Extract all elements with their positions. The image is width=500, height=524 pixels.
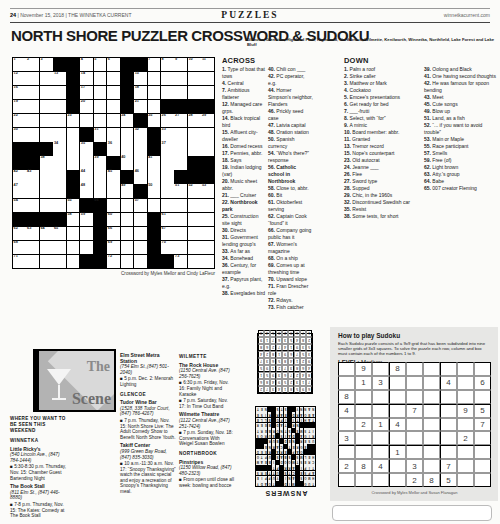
crossword-cell[interactable]: 68 <box>13 241 26 254</box>
crossword-cell-number: 15 <box>135 72 139 76</box>
clue-number: 2. <box>344 73 350 79</box>
crossword-cell[interactable] <box>94 72 107 85</box>
crossword-cell[interactable] <box>148 86 161 99</box>
crossword-cell-number: 23 <box>67 114 71 118</box>
sudoku-empty-cell[interactable] <box>406 445 423 459</box>
crossword-cell[interactable] <box>188 213 201 226</box>
crossword-cell[interactable]: 4 <box>80 58 93 71</box>
answer-sudoku-given-cell: 3 <box>276 372 282 379</box>
crossword-cell[interactable] <box>148 199 161 212</box>
crossword-cell[interactable]: 20 <box>80 100 93 113</box>
crossword-cell[interactable] <box>67 156 80 169</box>
crossword-cell[interactable] <box>40 170 53 183</box>
crossword-cell[interactable]: 7 <box>148 58 161 71</box>
crossword-cell[interactable] <box>26 241 39 254</box>
crossword-cell-number: 70 <box>162 241 166 245</box>
crossword-cell[interactable]: 33 <box>161 128 174 141</box>
clue-number: 39. <box>424 66 432 72</box>
crossword-cell[interactable]: 30 <box>13 128 26 141</box>
crossword-cell[interactable]: 62 <box>13 227 26 240</box>
crossword-cell[interactable] <box>107 86 120 99</box>
crossword-black-cell <box>201 170 214 183</box>
crossword-cell[interactable]: 43 <box>26 170 39 183</box>
crossword-cell[interactable] <box>107 114 120 127</box>
clue-item: 49. Blow up <box>424 108 498 115</box>
crossword-cell[interactable] <box>53 170 66 183</box>
crossword-cell-number: 60 <box>108 213 112 217</box>
crossword-cell[interactable] <box>201 241 214 254</box>
crossword-cell[interactable] <box>94 170 107 183</box>
crossword-cell[interactable]: 3 <box>40 58 53 71</box>
crossword-cell[interactable]: 26 <box>161 114 174 127</box>
crossword-cell[interactable]: 38 <box>40 156 53 169</box>
crossword-cell[interactable] <box>174 199 187 212</box>
crossword-cell[interactable]: 41 <box>148 156 161 169</box>
sudoku-empty-cell[interactable] <box>406 362 423 376</box>
sudoku-empty-cell[interactable] <box>440 431 457 445</box>
clue-item: 15. Nope's counterpart <box>344 150 418 157</box>
crossword-black-cell <box>26 213 39 226</box>
answer-sudoku-given-cell: 5 <box>270 330 276 337</box>
crossword-cell[interactable]: 24 <box>121 114 134 127</box>
crossword-cell[interactable] <box>80 114 93 127</box>
clue-number: 12. <box>222 101 230 107</box>
crossword-cell[interactable] <box>80 227 93 240</box>
crossword-cell[interactable]: 36 <box>107 142 120 155</box>
coverage-towns: Glencoe, Glenview, Highland Park, Highwo… <box>247 37 497 47</box>
clue-number: 33. <box>222 248 230 254</box>
sudoku-empty-cell[interactable] <box>423 362 440 376</box>
answer-crossword-letter-cell: P <box>264 455 268 460</box>
sudoku-empty-cell[interactable] <box>423 418 440 432</box>
crossword-cell[interactable]: 66 <box>107 227 120 240</box>
clue-number: 67. <box>268 241 276 247</box>
crossword-cell[interactable]: 67 <box>161 227 174 240</box>
crossword-cell[interactable]: 39 <box>94 156 107 169</box>
crossword-cell[interactable]: 31 <box>94 128 107 141</box>
crossword-cell[interactable]: 72 <box>107 255 120 268</box>
crossword-cell[interactable] <box>121 255 134 268</box>
crossword-cell[interactable] <box>134 213 147 226</box>
crossword-cell[interactable]: 9 <box>174 58 187 71</box>
clue-item: 43. Meet <box>424 94 498 101</box>
answer-sudoku-given-cell: 1 <box>282 386 288 393</box>
crossword-cell[interactable] <box>188 128 201 141</box>
answer-crossword-letter-cell: R <box>280 449 284 454</box>
crossword-cell[interactable]: 52 <box>188 184 201 197</box>
crossword-cell[interactable]: 65 <box>53 227 66 240</box>
crossword-cell[interactable] <box>26 128 39 141</box>
crossword-cell-number: 63 <box>27 227 31 231</box>
answer-crossword-letter-cell: T <box>311 418 315 423</box>
crossword-cell[interactable] <box>53 128 66 141</box>
crossword-cell[interactable] <box>67 142 80 155</box>
crossword-cell[interactable]: 45 <box>107 170 120 183</box>
crossword-cell[interactable] <box>94 86 107 99</box>
crossword-cell[interactable]: 17 <box>80 86 93 99</box>
answer-crossword-black-cell <box>300 423 304 428</box>
sudoku-empty-cell[interactable] <box>338 418 355 432</box>
clue-number: 24. <box>344 164 352 170</box>
sudoku-empty-cell[interactable] <box>474 431 491 445</box>
crossword-cell[interactable] <box>134 255 147 268</box>
sudoku-empty-cell[interactable] <box>457 473 474 487</box>
sudoku-empty-cell[interactable] <box>440 362 457 376</box>
crossword-cell[interactable] <box>94 100 107 113</box>
sudoku-empty-cell[interactable] <box>389 431 406 445</box>
crossword-cell[interactable] <box>26 72 39 85</box>
crossword-cell[interactable] <box>53 86 66 99</box>
crossword-cell[interactable]: 59 <box>80 213 93 226</box>
crossword-cell[interactable]: 28 <box>188 114 201 127</box>
crossword-cell[interactable] <box>174 241 187 254</box>
crossword-cell[interactable] <box>107 184 120 197</box>
crossword-cell[interactable] <box>40 184 53 197</box>
crossword-cell[interactable] <box>67 227 80 240</box>
crossword-cell[interactable] <box>201 72 214 85</box>
crossword-grid[interactable]: 1234567891011121314151617181920212223242… <box>12 57 215 269</box>
crossword-cell[interactable] <box>40 128 53 141</box>
crossword-cell[interactable] <box>53 156 66 169</box>
sudoku-empty-cell[interactable] <box>423 431 440 445</box>
crossword-cell[interactable] <box>174 128 187 141</box>
crossword-cell[interactable] <box>107 72 120 85</box>
crossword-cell[interactable]: 57 <box>134 199 147 212</box>
crossword-cell[interactable] <box>188 199 201 212</box>
crossword-cell[interactable] <box>26 86 39 99</box>
sudoku-empty-cell[interactable] <box>457 390 474 404</box>
crossword-cell-number: 14 <box>81 72 85 76</box>
sudoku-empty-cell[interactable] <box>423 404 440 418</box>
answers-label: ANSWERS <box>260 490 312 497</box>
crossword-cell[interactable]: 44 <box>80 170 93 183</box>
crossword-cell[interactable]: 71 <box>13 255 26 268</box>
crossword-cell[interactable] <box>40 100 53 113</box>
answer-crossword-black-cell <box>288 423 292 428</box>
crossword-cell[interactable] <box>188 241 201 254</box>
crossword-cell[interactable] <box>53 184 66 197</box>
crossword-cell[interactable] <box>26 100 39 113</box>
answer-sudoku-given-cell: 5 <box>264 372 270 379</box>
sudoku-empty-cell[interactable] <box>389 404 406 418</box>
sudoku-empty-cell[interactable] <box>389 390 406 404</box>
crossword-cell[interactable] <box>53 241 66 254</box>
crossword-cell[interactable] <box>134 142 147 155</box>
answer-crossword-letter-cell: A <box>311 471 315 476</box>
crossword-cell[interactable] <box>161 86 174 99</box>
crossword-cell[interactable]: 14 <box>80 72 93 85</box>
crossword-cell-number: 47 <box>14 184 18 188</box>
crossword-cell[interactable] <box>201 199 214 212</box>
crossword-cell[interactable] <box>188 86 201 99</box>
crossword-cell[interactable]: 6 <box>107 58 120 71</box>
sudoku-empty-cell[interactable] <box>440 404 457 418</box>
answer-crossword-black-cell <box>296 465 300 470</box>
crossword-cell[interactable] <box>121 213 134 226</box>
sudoku-empty-cell[interactable] <box>355 473 372 487</box>
sudoku-grid[interactable]: 98134684795214732128437285 <box>338 362 491 487</box>
crossword-cell[interactable]: 22 <box>13 114 26 127</box>
crossword-cell[interactable]: 54 <box>13 199 26 212</box>
crossword-cell[interactable]: 12 <box>13 72 26 85</box>
crossword-cell[interactable] <box>161 72 174 85</box>
crossword-cell[interactable]: 73 <box>174 255 187 268</box>
answer-crossword-black-cell <box>296 476 300 481</box>
crossword-cell[interactable]: 21 <box>134 100 147 113</box>
sudoku-empty-cell[interactable] <box>406 431 423 445</box>
answer-sudoku-given-cell: 4 <box>282 344 288 351</box>
crossword-cell[interactable]: 55 <box>67 199 80 212</box>
crossword-cell[interactable] <box>40 72 53 85</box>
answer-crossword-letter-cell: A <box>280 423 284 428</box>
crossword-cell[interactable]: 13 <box>53 72 66 85</box>
crossword-cell[interactable]: 29 <box>201 114 214 127</box>
crossword-cell[interactable]: 37 <box>161 142 174 155</box>
crossword-cell[interactable]: 63 <box>26 227 39 240</box>
sudoku-empty-cell[interactable] <box>355 445 372 459</box>
crossword-cell[interactable] <box>174 213 187 226</box>
answer-sudoku-given-cell: 3 <box>288 365 294 372</box>
crossword-cell[interactable] <box>201 128 214 141</box>
scene-logo-scene: Scene <box>72 390 111 408</box>
sudoku-empty-cell[interactable] <box>423 445 440 459</box>
crossword-cell[interactable] <box>174 86 187 99</box>
answer-crossword-black-cell <box>288 449 292 454</box>
sudoku-empty-cell[interactable] <box>372 404 389 418</box>
crossword-cell[interactable] <box>121 227 134 240</box>
answer-sudoku-grid: 6958143727132594868427639514683721959214… <box>257 333 313 394</box>
crossword-cell[interactable] <box>174 72 187 85</box>
crossword-cell[interactable] <box>201 227 214 240</box>
crossword-cell-number: 29 <box>202 114 206 118</box>
crossword-cell[interactable] <box>188 255 201 268</box>
sudoku-empty-cell[interactable] <box>406 376 423 390</box>
sudoku-given-cell: 3 <box>406 459 423 473</box>
crossword-cell[interactable] <box>40 199 53 212</box>
crossword-cell[interactable] <box>94 114 107 127</box>
crossword-cell[interactable]: 60 <box>107 213 120 226</box>
crossword-cell[interactable]: 61 <box>161 213 174 226</box>
sudoku-empty-cell[interactable] <box>474 459 491 473</box>
crossword-cell[interactable] <box>161 184 174 197</box>
crossword-cell[interactable]: 40 <box>121 156 134 169</box>
sudoku-empty-cell[interactable] <box>423 390 440 404</box>
crossword-cell[interactable] <box>121 241 134 254</box>
sudoku-empty-cell[interactable] <box>338 473 355 487</box>
crossword-cell[interactable] <box>121 142 134 155</box>
sudoku-empty-cell[interactable] <box>474 473 491 487</box>
crossword-cell[interactable] <box>174 156 187 169</box>
crossword-cell[interactable] <box>201 142 214 155</box>
clue-number: 9. <box>344 122 350 128</box>
crossword-cell[interactable] <box>40 86 53 99</box>
crossword-cell[interactable]: 70 <box>161 241 174 254</box>
crossword-cell[interactable] <box>53 114 66 127</box>
crossword-cell[interactable] <box>188 227 201 240</box>
crossword-cell[interactable] <box>121 128 134 141</box>
crossword-cell[interactable] <box>53 255 66 268</box>
crossword-cell[interactable] <box>53 199 66 212</box>
sudoku-empty-cell[interactable] <box>355 390 372 404</box>
crossword-cell[interactable]: 5 <box>94 58 107 71</box>
crossword-cell[interactable] <box>80 241 93 254</box>
answer-sudoku-given-cell: 8 <box>288 386 294 393</box>
clue-number: 48. <box>268 129 276 135</box>
crossword-cell[interactable] <box>161 199 174 212</box>
crossword-cell[interactable]: 58 <box>67 213 80 226</box>
crossword-cell-number: 38 <box>41 156 45 160</box>
sudoku-empty-cell[interactable] <box>372 473 389 487</box>
crossword-cell[interactable] <box>188 142 201 155</box>
crossword-cell[interactable]: 49 <box>121 184 134 197</box>
sudoku-empty-cell[interactable] <box>474 362 491 376</box>
sudoku-empty-cell[interactable] <box>372 445 389 459</box>
sudoku-empty-cell[interactable] <box>338 445 355 459</box>
sudoku-empty-cell[interactable] <box>474 445 491 459</box>
crossword-cell[interactable]: 18 <box>134 86 147 99</box>
crossword-cell[interactable]: 10 <box>188 58 201 71</box>
scene-event: ■ 10 a.m.-11:30 a.m. Nov. 17: “Snoopy Th… <box>120 461 176 495</box>
sudoku-empty-cell[interactable] <box>406 390 423 404</box>
crossword-cell[interactable] <box>67 128 80 141</box>
crossword-cell[interactable] <box>121 199 134 212</box>
answer-sudoku-given-cell: 2 <box>258 386 264 393</box>
crossword-cell[interactable]: 1 <box>13 58 26 71</box>
clue-item: 12. Managed care grps. <box>222 101 267 115</box>
crossword-cell[interactable] <box>161 170 174 183</box>
crossword-cell[interactable] <box>67 255 80 268</box>
clue-number: 17. <box>222 150 230 156</box>
clue-number: 8. <box>344 115 350 121</box>
crossword-cell[interactable] <box>161 156 174 169</box>
crossword-cell[interactable]: 2 <box>26 58 39 71</box>
crossword-cell[interactable] <box>40 114 53 127</box>
answer-crossword-letter-cell: E <box>296 428 300 433</box>
sudoku-empty-cell[interactable] <box>440 445 457 459</box>
crossword-cell[interactable] <box>201 213 214 226</box>
answer-sudoku-given-cell: 7 <box>258 358 264 365</box>
crossword-cell[interactable]: 15 <box>134 72 147 85</box>
crossword-cell[interactable] <box>134 241 147 254</box>
crossword-cell[interactable]: 42 <box>13 170 26 183</box>
crossword-cell[interactable] <box>94 184 107 197</box>
sudoku-empty-cell[interactable] <box>457 376 474 390</box>
answer-crossword-letter-cell: I <box>264 412 268 417</box>
crossword-cell[interactable] <box>53 100 66 113</box>
crossword-cell[interactable] <box>201 86 214 99</box>
crossword-cell[interactable] <box>26 114 39 127</box>
crossword-cell[interactable]: 50 <box>148 184 161 197</box>
sudoku-empty-cell[interactable] <box>406 418 423 432</box>
sudoku-empty-cell[interactable] <box>338 362 355 376</box>
crossword-cell-number: 18 <box>135 86 139 90</box>
sudoku-empty-cell[interactable] <box>423 376 440 390</box>
crossword-cell[interactable]: 25 <box>148 114 161 127</box>
sudoku-empty-cell[interactable] <box>372 390 389 404</box>
crossword-black-cell <box>201 100 214 113</box>
crossword-cell[interactable] <box>188 72 201 85</box>
sudoku-empty-cell[interactable] <box>423 459 440 473</box>
crossword-cell[interactable]: 11 <box>201 58 214 71</box>
sudoku-empty-cell[interactable] <box>440 390 457 404</box>
answer-crossword-letter-cell: R <box>288 465 292 470</box>
sudoku-empty-cell[interactable] <box>389 459 406 473</box>
crossword-cell[interactable]: 35 <box>80 142 93 155</box>
crossword-cell[interactable]: 32 <box>134 128 147 141</box>
crossword-cell[interactable] <box>148 170 161 183</box>
sudoku-given-cell: 8 <box>355 459 372 473</box>
crossword-cell[interactable]: 48 <box>80 184 93 197</box>
sudoku-empty-cell[interactable] <box>457 418 474 432</box>
answer-crossword-black-cell <box>264 465 268 470</box>
crossword-cell[interactable]: 34 <box>53 142 66 155</box>
answer-crossword-letter-cell: E <box>300 471 304 476</box>
crossword-cell[interactable] <box>201 255 214 268</box>
sudoku-empty-cell[interactable] <box>457 362 474 376</box>
crossword-cell[interactable] <box>107 199 120 212</box>
crossword-cell[interactable] <box>107 128 120 141</box>
crossword-cell[interactable] <box>134 227 147 240</box>
answer-crossword-letter-cell: O <box>268 481 272 486</box>
crossword-cell[interactable] <box>134 156 147 169</box>
crossword-cell[interactable]: 47 <box>13 184 26 197</box>
crossword-cell[interactable] <box>26 199 39 212</box>
crossword-cell[interactable] <box>80 156 93 169</box>
answer-crossword-letter-cell: P <box>307 471 311 476</box>
crossword-cell[interactable]: 46 <box>134 170 147 183</box>
crossword-cell[interactable] <box>148 100 161 113</box>
crossword-cell-number: 56 <box>94 199 98 203</box>
crossword-cell[interactable] <box>40 255 53 268</box>
answer-crossword-letter-cell: T <box>284 423 288 428</box>
crossword-cell[interactable] <box>26 184 39 197</box>
crossword-cell[interactable] <box>107 100 120 113</box>
sudoku-empty-cell[interactable] <box>372 362 389 376</box>
crossword-cell[interactable]: 64 <box>40 227 53 240</box>
answer-crossword-letter-cell: T <box>272 471 276 476</box>
crossword-cell[interactable] <box>148 72 161 85</box>
answer-crossword-black-cell <box>256 444 260 449</box>
answer-crossword-letter-cell: G <box>300 444 304 449</box>
crossword-cell[interactable] <box>174 142 187 155</box>
sudoku-given-cell: 7 <box>440 459 457 473</box>
crossword-cell[interactable]: 69 <box>107 241 120 254</box>
sudoku-empty-cell[interactable] <box>355 404 372 418</box>
crossword-cell-number: 36 <box>108 142 112 146</box>
sudoku-empty-cell[interactable] <box>457 445 474 459</box>
crossword-cell[interactable]: 27 <box>174 114 187 127</box>
sudoku-empty-cell[interactable] <box>474 390 491 404</box>
crossword-cell[interactable]: 8 <box>161 58 174 71</box>
crossword-cell[interactable]: 53 <box>201 184 214 197</box>
sudoku-empty-cell[interactable] <box>338 376 355 390</box>
crossword-cell[interactable]: 19 <box>13 100 26 113</box>
sudoku-empty-cell[interactable] <box>355 431 372 445</box>
crossword-cell[interactable] <box>26 255 39 268</box>
sudoku-empty-cell[interactable] <box>440 418 457 432</box>
sudoku-empty-cell[interactable] <box>389 376 406 390</box>
crossword-cell[interactable] <box>67 241 80 254</box>
sudoku-empty-cell[interactable] <box>389 473 406 487</box>
sudoku-empty-cell[interactable] <box>372 431 389 445</box>
answer-sudoku-given-cell: 1 <box>288 344 294 351</box>
sudoku-empty-cell[interactable] <box>457 459 474 473</box>
crossword-cell[interactable]: 23 <box>67 114 80 127</box>
crossword-cell[interactable]: 16 <box>13 86 26 99</box>
crossword-cell[interactable] <box>174 227 187 240</box>
crossword-cell[interactable] <box>40 241 53 254</box>
crossword-cell[interactable]: 51 <box>174 184 187 197</box>
